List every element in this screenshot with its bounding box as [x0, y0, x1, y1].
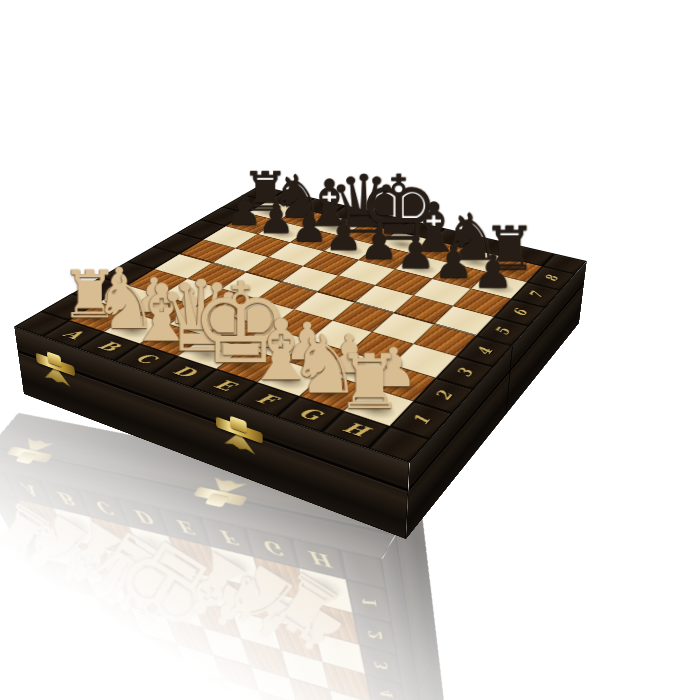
- file-label-f: F: [251, 390, 281, 408]
- piece-black-pawn-h7[interactable]: ♟: [472, 250, 513, 294]
- piece-black-pawn-c7[interactable]: ♟: [290, 207, 328, 247]
- piece-black-pawn-g7[interactable]: ♟: [433, 241, 474, 284]
- piece-black-pawn-f7[interactable]: ♟: [395, 232, 435, 274]
- piece-white-rook-h1[interactable]: ♜: [335, 347, 403, 419]
- file-label-b: B: [93, 338, 125, 354]
- scene: ♜♞♝♛♚♝♞♜8♟♟♟♟♟♟♟♟76543♟♟♟♟♟♟♟♟2♜♞♝♛♚♝♞♜1…: [0, 0, 700, 700]
- piece-black-pawn-a7[interactable]: ♟: [225, 192, 262, 231]
- file-label-g: G: [294, 404, 327, 424]
- brass-clasp-left: [35, 347, 77, 392]
- chess-set-photo: ♜♞♝♛♚♝♞♜8♟♟♟♟♟♟♟♟76543♟♟♟♟♟♟♟♟2♜♞♝♛♚♝♞♜1…: [0, 0, 700, 700]
- file-label-h: H: [338, 419, 373, 440]
- piece-black-pawn-b7[interactable]: ♟: [257, 199, 294, 238]
- rank-label-4: 4: [472, 345, 498, 356]
- rank-label-5: 5: [490, 326, 515, 337]
- piece-black-pawn-e7[interactable]: ♟: [359, 223, 398, 264]
- file-label-a: A: [58, 327, 88, 342]
- rank-label-7: 7: [525, 290, 548, 299]
- rank-label-3: 3: [452, 366, 479, 378]
- rank-label-6: 6: [508, 307, 532, 317]
- rank-label-1: 1: [407, 413, 435, 427]
- piece-black-pawn-d7[interactable]: ♟: [324, 215, 363, 256]
- brass-clasp-center: [215, 411, 263, 461]
- rank-label-2: 2: [430, 389, 457, 402]
- chess-box: ♜♞♝♛♚♝♞♜8♟♟♟♟♟♟♟♟76543♟♟♟♟♟♟♟♟2♜♞♝♛♚♝♞♜1…: [14, 185, 587, 462]
- file-label-e: E: [209, 376, 240, 394]
- rank-label-8: 8: [540, 274, 563, 283]
- fold-seam-right-side: [505, 345, 513, 415]
